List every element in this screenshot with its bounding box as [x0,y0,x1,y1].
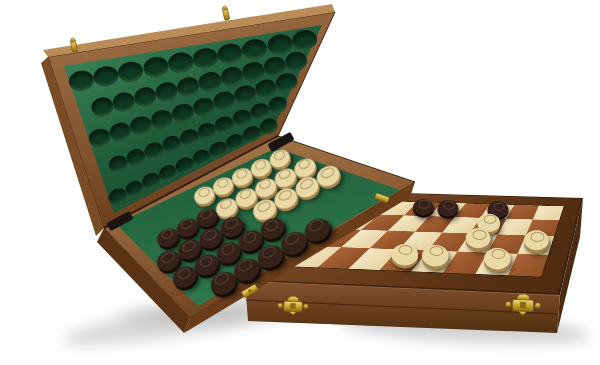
hardware-layer [0,0,600,365]
lid-hook-right-icon[interactable] [222,6,230,21]
checkers-set-scene: ●●●●●●●●●●●●●●●●●●●●●●●●●●●●●●●●●●●●●●●● [0,0,600,365]
front-clasp-left-icon[interactable] [277,296,308,316]
front-clasp-right-icon[interactable] [505,293,541,316]
tray-catch-right-icon[interactable] [374,193,389,203]
tray-catch-front-icon[interactable] [241,284,258,298]
lid-hook-left-icon[interactable] [70,38,78,53]
